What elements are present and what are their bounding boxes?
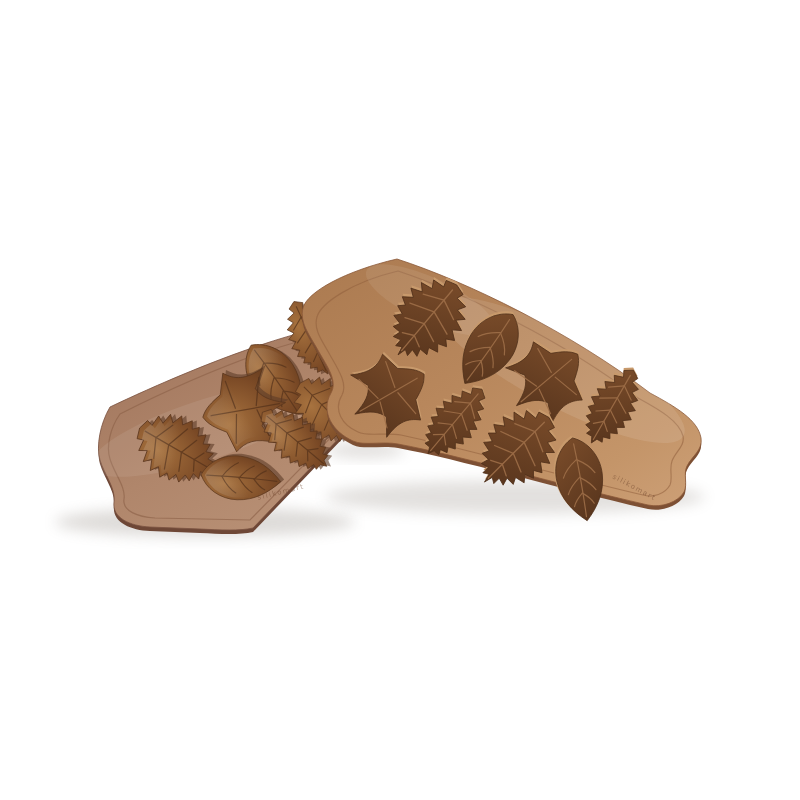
product-photo: silikomart (0, 0, 800, 800)
scene-svg: silikomart (0, 0, 800, 800)
